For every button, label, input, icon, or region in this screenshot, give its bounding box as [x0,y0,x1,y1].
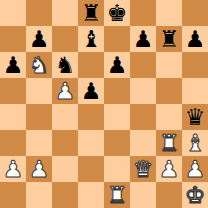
square-b5[interactable] [26,78,52,104]
square-a8[interactable] [0,0,26,26]
square-b2[interactable]: ♟ [26,156,52,182]
black-rook[interactable]: ♜ [159,26,180,52]
square-g6[interactable] [156,52,182,78]
black-bishop[interactable]: ♝ [81,26,102,52]
square-e7[interactable] [104,26,130,52]
square-c5[interactable]: ♟ [52,78,78,104]
square-h7[interactable]: ♟ [182,26,208,52]
white-knight[interactable]: ♞ [29,52,50,78]
square-f7[interactable]: ♟ [130,26,156,52]
square-b4[interactable] [26,104,52,130]
square-c7[interactable] [52,26,78,52]
chess-board: ♜♚♟♝♟♜♟♟♞♞♟♟♟♛♜♝♟♟♛♟♟♜♚ [0,0,208,208]
square-c8[interactable] [52,0,78,26]
square-b1[interactable] [26,182,52,208]
white-rook[interactable]: ♜ [159,130,180,156]
square-g4[interactable] [156,104,182,130]
square-h3[interactable]: ♝ [182,130,208,156]
square-h1[interactable]: ♚ [182,182,208,208]
square-c6[interactable]: ♞ [52,52,78,78]
square-g3[interactable]: ♜ [156,130,182,156]
square-a5[interactable] [0,78,26,104]
square-f5[interactable] [130,78,156,104]
square-a3[interactable] [0,130,26,156]
white-king[interactable]: ♚ [185,182,206,208]
square-h2[interactable]: ♟ [182,156,208,182]
square-f3[interactable] [130,130,156,156]
square-e5[interactable] [104,78,130,104]
square-c2[interactable] [52,156,78,182]
black-pawn[interactable]: ♟ [29,26,50,52]
square-a7[interactable] [0,26,26,52]
square-f2[interactable]: ♛ [130,156,156,182]
square-a1[interactable] [0,182,26,208]
square-h4[interactable]: ♛ [182,104,208,130]
square-d1[interactable] [78,182,104,208]
black-pawn[interactable]: ♟ [107,52,128,78]
square-g7[interactable]: ♜ [156,26,182,52]
black-pawn[interactable]: ♟ [185,26,206,52]
square-d7[interactable]: ♝ [78,26,104,52]
white-pawn[interactable]: ♟ [159,156,180,182]
white-bishop[interactable]: ♝ [185,130,206,156]
white-pawn[interactable]: ♟ [3,156,24,182]
square-h8[interactable] [182,0,208,26]
white-pawn[interactable]: ♟ [55,78,76,104]
square-e3[interactable] [104,130,130,156]
square-d3[interactable] [78,130,104,156]
square-e4[interactable] [104,104,130,130]
square-g5[interactable] [156,78,182,104]
square-f4[interactable] [130,104,156,130]
white-pawn[interactable]: ♟ [29,156,50,182]
square-e1[interactable]: ♜ [104,182,130,208]
square-h5[interactable] [182,78,208,104]
square-c1[interactable] [52,182,78,208]
square-b6[interactable]: ♞ [26,52,52,78]
square-g1[interactable] [156,182,182,208]
black-pawn[interactable]: ♟ [133,26,154,52]
square-d2[interactable] [78,156,104,182]
square-c4[interactable] [52,104,78,130]
square-f8[interactable] [130,0,156,26]
square-d8[interactable]: ♜ [78,0,104,26]
square-h6[interactable] [182,52,208,78]
square-d6[interactable] [78,52,104,78]
white-queen[interactable]: ♛ [133,156,154,182]
square-a2[interactable]: ♟ [0,156,26,182]
square-f1[interactable] [130,182,156,208]
black-pawn[interactable]: ♟ [81,78,102,104]
square-e6[interactable]: ♟ [104,52,130,78]
square-d5[interactable]: ♟ [78,78,104,104]
black-pawn[interactable]: ♟ [3,52,24,78]
black-king[interactable]: ♚ [107,0,128,26]
square-g8[interactable] [156,0,182,26]
black-queen[interactable]: ♛ [185,104,206,130]
square-b8[interactable] [26,0,52,26]
square-g2[interactable]: ♟ [156,156,182,182]
square-b7[interactable]: ♟ [26,26,52,52]
square-a4[interactable] [0,104,26,130]
square-c3[interactable] [52,130,78,156]
square-a6[interactable]: ♟ [0,52,26,78]
black-knight[interactable]: ♞ [55,52,76,78]
square-f6[interactable] [130,52,156,78]
white-rook[interactable]: ♜ [107,182,128,208]
square-b3[interactable] [26,130,52,156]
square-e2[interactable] [104,156,130,182]
square-e8[interactable]: ♚ [104,0,130,26]
black-rook[interactable]: ♜ [81,0,102,26]
square-d4[interactable] [78,104,104,130]
white-pawn[interactable]: ♟ [185,156,206,182]
